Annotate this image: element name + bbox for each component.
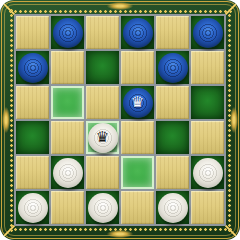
square-r2c3[interactable] — [86, 51, 119, 84]
white-man-piece[interactable] — [53, 158, 83, 188]
square-r4c4[interactable] — [121, 121, 154, 154]
square-r5c4[interactable] — [121, 156, 154, 189]
square-r5c3[interactable] — [86, 156, 119, 189]
square-r3c3[interactable] — [86, 86, 119, 119]
square-r6c3[interactable] — [86, 191, 119, 224]
frame-chain-ornament-bottom — [8, 227, 232, 232]
square-r5c5[interactable] — [156, 156, 189, 189]
checkers-app-icon: ♛♛ — [0, 0, 240, 240]
square-r2c2[interactable] — [51, 51, 84, 84]
blue-man-piece[interactable] — [158, 53, 188, 83]
square-r1c3[interactable] — [86, 16, 119, 49]
crown-icon: ♛ — [96, 130, 109, 145]
square-r3c1[interactable] — [16, 86, 49, 119]
frame-chain-ornament-right — [227, 8, 232, 232]
square-r1c6[interactable] — [191, 16, 224, 49]
board-grid: ♛♛ — [14, 14, 226, 226]
square-r6c4[interactable] — [121, 191, 154, 224]
frame-eye-motif-left — [2, 107, 10, 133]
square-r6c6[interactable] — [191, 191, 224, 224]
square-r3c6[interactable] — [191, 86, 224, 119]
square-r2c4[interactable] — [121, 51, 154, 84]
square-r4c1[interactable] — [16, 121, 49, 154]
square-r6c5[interactable] — [156, 191, 189, 224]
frame-eye-motif-right — [230, 107, 238, 133]
white-man-piece[interactable] — [193, 158, 223, 188]
frame-chain-ornament-left — [9, 8, 14, 232]
blue-king-piece[interactable]: ♛ — [123, 88, 153, 118]
square-r5c6[interactable] — [191, 156, 224, 189]
blue-man-piece[interactable] — [193, 18, 223, 48]
white-king-piece[interactable]: ♛ — [88, 123, 118, 153]
square-r5c2[interactable] — [51, 156, 84, 189]
frame-chain-ornament-top — [8, 9, 232, 14]
square-r6c2[interactable] — [51, 191, 84, 224]
square-r3c4[interactable]: ♛ — [121, 86, 154, 119]
white-man-piece[interactable] — [18, 193, 48, 223]
square-r3c2[interactable] — [51, 86, 84, 119]
square-r4c6[interactable] — [191, 121, 224, 154]
blue-man-piece[interactable] — [18, 53, 48, 83]
square-r1c5[interactable] — [156, 16, 189, 49]
square-r2c5[interactable] — [156, 51, 189, 84]
square-r6c1[interactable] — [16, 191, 49, 224]
square-r4c3[interactable]: ♛ — [86, 121, 119, 154]
white-man-piece[interactable] — [88, 193, 118, 223]
square-r1c1[interactable] — [16, 16, 49, 49]
square-r3c5[interactable] — [156, 86, 189, 119]
crown-icon: ♛ — [131, 95, 144, 110]
square-r2c6[interactable] — [191, 51, 224, 84]
square-r4c2[interactable] — [51, 121, 84, 154]
square-r1c2[interactable] — [51, 16, 84, 49]
square-r2c1[interactable] — [16, 51, 49, 84]
blue-man-piece[interactable] — [53, 18, 83, 48]
frame-sun-motif-top — [107, 2, 133, 10]
square-r4c5[interactable] — [156, 121, 189, 154]
white-man-piece[interactable] — [158, 193, 188, 223]
square-r1c4[interactable] — [121, 16, 154, 49]
blue-man-piece[interactable] — [123, 18, 153, 48]
square-r5c1[interactable] — [16, 156, 49, 189]
frame-sun-motif-bottom — [107, 230, 133, 238]
